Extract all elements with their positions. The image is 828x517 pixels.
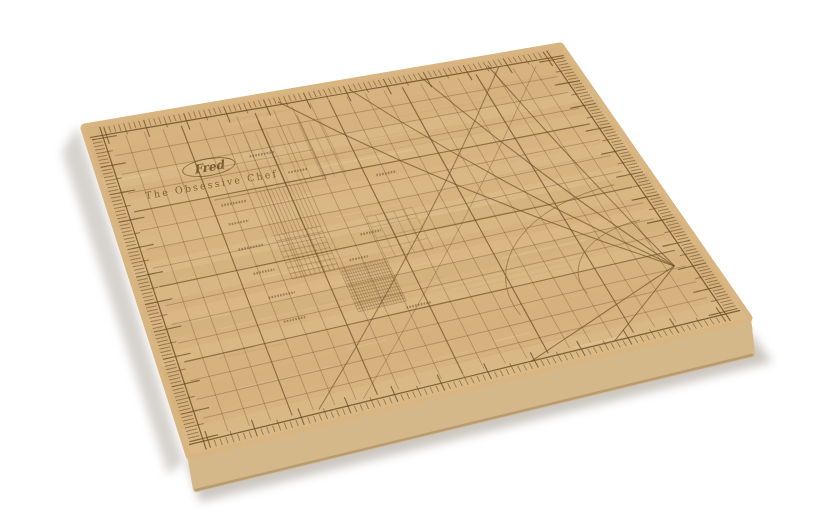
product-photo: Fred The Obsessive Chef [0,0,828,517]
cutting-board [0,0,828,517]
